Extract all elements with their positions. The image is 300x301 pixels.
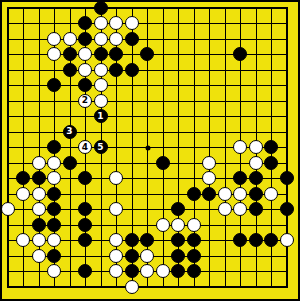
board-cell[interactable] bbox=[186, 62, 202, 78]
board-cell[interactable] bbox=[78, 47, 94, 63]
board-cell[interactable] bbox=[47, 47, 63, 63]
board-cell[interactable] bbox=[16, 202, 32, 218]
board-cell[interactable] bbox=[217, 217, 233, 233]
board-cell[interactable] bbox=[0, 124, 16, 140]
board-cell[interactable] bbox=[109, 78, 125, 94]
board-cell[interactable] bbox=[248, 109, 264, 125]
board-cell[interactable] bbox=[233, 233, 249, 249]
board-cell[interactable] bbox=[0, 233, 16, 249]
board-cell[interactable] bbox=[233, 140, 249, 156]
board-cell[interactable] bbox=[124, 93, 140, 109]
board-cell[interactable] bbox=[0, 31, 16, 47]
board-cell[interactable] bbox=[217, 16, 233, 32]
board-cell[interactable] bbox=[78, 186, 94, 202]
board-cell[interactable] bbox=[202, 186, 218, 202]
board-cell[interactable] bbox=[217, 233, 233, 249]
board-cell[interactable] bbox=[217, 140, 233, 156]
board-cell[interactable] bbox=[124, 171, 140, 187]
board-cell[interactable] bbox=[279, 78, 295, 94]
board-cell[interactable] bbox=[124, 186, 140, 202]
board-cell[interactable] bbox=[217, 31, 233, 47]
board-cell[interactable] bbox=[0, 93, 16, 109]
board-cell[interactable] bbox=[155, 0, 171, 16]
board-cell[interactable] bbox=[0, 186, 16, 202]
board-cell[interactable] bbox=[109, 93, 125, 109]
board-cell[interactable] bbox=[124, 62, 140, 78]
board-cell[interactable] bbox=[279, 62, 295, 78]
board-cell[interactable] bbox=[78, 217, 94, 233]
board-cell[interactable] bbox=[140, 248, 156, 264]
board-cell[interactable] bbox=[155, 93, 171, 109]
board-cell[interactable]: 1 bbox=[93, 109, 109, 125]
board-cell[interactable] bbox=[248, 279, 264, 295]
board-cell[interactable] bbox=[279, 0, 295, 16]
board-cell[interactable] bbox=[264, 155, 280, 171]
board-cell[interactable] bbox=[217, 93, 233, 109]
board-cell[interactable] bbox=[31, 202, 47, 218]
board-cell[interactable] bbox=[16, 109, 32, 125]
board-cell[interactable] bbox=[233, 78, 249, 94]
board-cell[interactable] bbox=[47, 78, 63, 94]
board-cell[interactable] bbox=[264, 217, 280, 233]
board-cell[interactable] bbox=[202, 264, 218, 280]
board-cell[interactable] bbox=[93, 31, 109, 47]
board-cell[interactable] bbox=[233, 16, 249, 32]
board-cell[interactable] bbox=[47, 186, 63, 202]
board-cell[interactable] bbox=[124, 124, 140, 140]
board-cell[interactable] bbox=[186, 233, 202, 249]
board-cell[interactable] bbox=[202, 155, 218, 171]
board-cell[interactable] bbox=[62, 62, 78, 78]
board-cell[interactable] bbox=[16, 16, 32, 32]
board-cell[interactable] bbox=[233, 47, 249, 63]
board-cell[interactable] bbox=[279, 171, 295, 187]
board-cell[interactable] bbox=[217, 171, 233, 187]
board-cell[interactable] bbox=[155, 233, 171, 249]
board-cell[interactable] bbox=[248, 78, 264, 94]
board-cell[interactable] bbox=[248, 202, 264, 218]
board-cell[interactable] bbox=[186, 279, 202, 295]
board-cell[interactable] bbox=[202, 233, 218, 249]
board-cell[interactable] bbox=[47, 248, 63, 264]
board-cell[interactable] bbox=[62, 0, 78, 16]
board-cell[interactable] bbox=[78, 62, 94, 78]
board-cell[interactable] bbox=[186, 0, 202, 16]
board-cell[interactable]: 3 bbox=[62, 124, 78, 140]
board-cell[interactable] bbox=[279, 155, 295, 171]
board-cell[interactable] bbox=[140, 279, 156, 295]
board-cell[interactable] bbox=[264, 171, 280, 187]
board-cell[interactable] bbox=[78, 202, 94, 218]
board-cell[interactable] bbox=[109, 62, 125, 78]
board-cell[interactable] bbox=[155, 16, 171, 32]
board-cell[interactable] bbox=[217, 155, 233, 171]
board-cell[interactable] bbox=[16, 31, 32, 47]
board-cell[interactable] bbox=[186, 16, 202, 32]
board-cell[interactable] bbox=[124, 31, 140, 47]
board-cell[interactable] bbox=[279, 124, 295, 140]
board-cell[interactable] bbox=[47, 0, 63, 16]
board-cell[interactable] bbox=[31, 78, 47, 94]
board-cell[interactable] bbox=[124, 16, 140, 32]
board-cell[interactable] bbox=[279, 202, 295, 218]
board-cell[interactable] bbox=[93, 171, 109, 187]
board-cell[interactable] bbox=[155, 47, 171, 63]
board-cell[interactable] bbox=[0, 16, 16, 32]
board-cell[interactable] bbox=[31, 109, 47, 125]
board-cell[interactable] bbox=[62, 217, 78, 233]
board-cell[interactable] bbox=[279, 47, 295, 63]
board-cell[interactable] bbox=[78, 155, 94, 171]
board-cell[interactable] bbox=[93, 248, 109, 264]
board-cell[interactable] bbox=[124, 155, 140, 171]
board-cell[interactable] bbox=[264, 279, 280, 295]
board-cell[interactable] bbox=[62, 78, 78, 94]
board-cell[interactable] bbox=[124, 248, 140, 264]
board-cell[interactable] bbox=[31, 62, 47, 78]
board-cell[interactable] bbox=[171, 78, 187, 94]
board-cell[interactable] bbox=[186, 155, 202, 171]
board-cell[interactable] bbox=[31, 217, 47, 233]
board-cell[interactable] bbox=[155, 140, 171, 156]
board-cell[interactable] bbox=[47, 202, 63, 218]
board-cell[interactable] bbox=[264, 31, 280, 47]
board-cell[interactable] bbox=[233, 264, 249, 280]
board-cell[interactable] bbox=[248, 248, 264, 264]
board-cell[interactable] bbox=[233, 202, 249, 218]
board-cell[interactable] bbox=[47, 217, 63, 233]
board-cell[interactable] bbox=[171, 248, 187, 264]
board-cell[interactable] bbox=[124, 264, 140, 280]
board-cell[interactable] bbox=[140, 16, 156, 32]
board-cell[interactable] bbox=[171, 93, 187, 109]
board-cell[interactable] bbox=[186, 264, 202, 280]
board-cell[interactable] bbox=[16, 124, 32, 140]
board-cell[interactable] bbox=[264, 93, 280, 109]
board-cell[interactable] bbox=[202, 124, 218, 140]
board-cell[interactable] bbox=[186, 47, 202, 63]
board-cell[interactable] bbox=[31, 47, 47, 63]
board-cell[interactable] bbox=[78, 31, 94, 47]
board-cell[interactable] bbox=[93, 202, 109, 218]
board-cell[interactable] bbox=[171, 140, 187, 156]
board-cell[interactable] bbox=[155, 264, 171, 280]
board-cell[interactable] bbox=[62, 171, 78, 187]
board-cell[interactable] bbox=[93, 186, 109, 202]
board-cell[interactable] bbox=[31, 186, 47, 202]
board-cell[interactable] bbox=[233, 155, 249, 171]
board-cell[interactable] bbox=[93, 279, 109, 295]
board-cell[interactable] bbox=[124, 202, 140, 218]
board-cell[interactable] bbox=[109, 171, 125, 187]
board-cell[interactable] bbox=[171, 202, 187, 218]
board-cell[interactable] bbox=[171, 233, 187, 249]
board-cell[interactable] bbox=[186, 93, 202, 109]
board-cell[interactable] bbox=[171, 0, 187, 16]
board-cell[interactable] bbox=[78, 264, 94, 280]
board-cell[interactable] bbox=[16, 217, 32, 233]
board-cell[interactable] bbox=[109, 109, 125, 125]
board-cell[interactable] bbox=[124, 0, 140, 16]
board-cell[interactable] bbox=[248, 31, 264, 47]
board-cell[interactable] bbox=[109, 186, 125, 202]
board-cell[interactable] bbox=[62, 31, 78, 47]
board-cell[interactable] bbox=[217, 202, 233, 218]
board-cell[interactable] bbox=[62, 109, 78, 125]
board-cell[interactable] bbox=[264, 264, 280, 280]
board-cell[interactable] bbox=[47, 155, 63, 171]
board-cell[interactable] bbox=[140, 217, 156, 233]
board-cell[interactable] bbox=[171, 217, 187, 233]
board-cell[interactable] bbox=[140, 233, 156, 249]
board-cell[interactable] bbox=[109, 47, 125, 63]
board-cell[interactable] bbox=[279, 233, 295, 249]
board-cell[interactable] bbox=[217, 124, 233, 140]
board-cell[interactable] bbox=[0, 78, 16, 94]
board-cell[interactable] bbox=[233, 279, 249, 295]
board-cell[interactable] bbox=[202, 93, 218, 109]
board-cell[interactable] bbox=[279, 248, 295, 264]
board-cell[interactable] bbox=[248, 0, 264, 16]
board-cell[interactable] bbox=[186, 140, 202, 156]
board-cell[interactable] bbox=[140, 171, 156, 187]
board-cell[interactable] bbox=[124, 233, 140, 249]
board-cell[interactable] bbox=[93, 78, 109, 94]
board-cell[interactable] bbox=[155, 109, 171, 125]
board-cell[interactable] bbox=[186, 217, 202, 233]
board-cell[interactable] bbox=[140, 109, 156, 125]
board-cell[interactable] bbox=[47, 124, 63, 140]
board-cell[interactable] bbox=[0, 109, 16, 125]
board-cell[interactable] bbox=[248, 186, 264, 202]
board-cell[interactable] bbox=[155, 78, 171, 94]
board-cell[interactable] bbox=[202, 140, 218, 156]
board-cell[interactable] bbox=[264, 16, 280, 32]
board-cell[interactable] bbox=[248, 171, 264, 187]
board-cell[interactable] bbox=[0, 0, 16, 16]
board-cell[interactable] bbox=[155, 279, 171, 295]
board-cell[interactable] bbox=[248, 93, 264, 109]
board-cell[interactable] bbox=[16, 279, 32, 295]
board-cell[interactable] bbox=[109, 248, 125, 264]
board-cell[interactable] bbox=[16, 93, 32, 109]
board-cell[interactable] bbox=[124, 109, 140, 125]
board-cell[interactable] bbox=[16, 155, 32, 171]
board-cell[interactable] bbox=[31, 279, 47, 295]
board-cell[interactable] bbox=[47, 16, 63, 32]
board-cell[interactable] bbox=[124, 47, 140, 63]
board-cell[interactable] bbox=[140, 31, 156, 47]
board-cell[interactable] bbox=[78, 109, 94, 125]
board-cell[interactable] bbox=[109, 140, 125, 156]
board-cell[interactable] bbox=[109, 16, 125, 32]
board-cell[interactable] bbox=[279, 186, 295, 202]
board-cell[interactable] bbox=[62, 202, 78, 218]
board-cell[interactable] bbox=[155, 217, 171, 233]
board-cell[interactable] bbox=[31, 0, 47, 16]
board-cell[interactable] bbox=[186, 78, 202, 94]
board-cell[interactable] bbox=[109, 31, 125, 47]
board-cell[interactable] bbox=[78, 171, 94, 187]
board-cell[interactable] bbox=[248, 124, 264, 140]
board-cell[interactable] bbox=[47, 31, 63, 47]
board-cell[interactable] bbox=[93, 155, 109, 171]
board-cell[interactable] bbox=[279, 140, 295, 156]
board-cell[interactable] bbox=[202, 217, 218, 233]
board-cell[interactable] bbox=[0, 171, 16, 187]
board-cell[interactable] bbox=[140, 47, 156, 63]
board-cell[interactable] bbox=[140, 140, 156, 156]
board-cell[interactable] bbox=[62, 140, 78, 156]
board-cell[interactable] bbox=[202, 109, 218, 125]
board-cell[interactable] bbox=[93, 217, 109, 233]
board-cell[interactable] bbox=[47, 171, 63, 187]
board-cell[interactable] bbox=[233, 93, 249, 109]
board-cell[interactable] bbox=[155, 124, 171, 140]
board-cell[interactable] bbox=[16, 264, 32, 280]
board-cell[interactable] bbox=[0, 140, 16, 156]
board-cell[interactable] bbox=[264, 0, 280, 16]
board-cell[interactable]: 5 bbox=[93, 140, 109, 156]
board-cell[interactable] bbox=[248, 155, 264, 171]
board-cell[interactable] bbox=[93, 264, 109, 280]
board-cell[interactable] bbox=[171, 155, 187, 171]
board-cell[interactable] bbox=[279, 264, 295, 280]
board-cell[interactable] bbox=[186, 202, 202, 218]
board-cell[interactable] bbox=[279, 93, 295, 109]
board-cell[interactable] bbox=[264, 62, 280, 78]
board-cell[interactable] bbox=[202, 171, 218, 187]
board-cell[interactable] bbox=[62, 155, 78, 171]
board-cell[interactable] bbox=[217, 248, 233, 264]
board-cell[interactable] bbox=[16, 0, 32, 16]
board-cell[interactable] bbox=[62, 47, 78, 63]
board-cell[interactable] bbox=[279, 109, 295, 125]
board-cell[interactable] bbox=[62, 279, 78, 295]
board-cell[interactable] bbox=[47, 233, 63, 249]
board-cell[interactable] bbox=[93, 16, 109, 32]
board-cell[interactable] bbox=[0, 248, 16, 264]
board-cell[interactable] bbox=[124, 78, 140, 94]
board-cell[interactable] bbox=[233, 171, 249, 187]
board-cell[interactable] bbox=[186, 31, 202, 47]
board-cell[interactable] bbox=[248, 16, 264, 32]
board-cell[interactable] bbox=[31, 155, 47, 171]
board-cell[interactable] bbox=[155, 202, 171, 218]
board-cell[interactable] bbox=[155, 248, 171, 264]
board-cell[interactable] bbox=[16, 186, 32, 202]
board-cell[interactable] bbox=[140, 155, 156, 171]
board-cell[interactable] bbox=[140, 78, 156, 94]
board-cell[interactable] bbox=[78, 233, 94, 249]
board-cell[interactable] bbox=[31, 233, 47, 249]
board-cell[interactable] bbox=[62, 93, 78, 109]
board-cell[interactable] bbox=[217, 109, 233, 125]
board-cell[interactable] bbox=[248, 140, 264, 156]
board-cell[interactable] bbox=[279, 217, 295, 233]
board-cell[interactable] bbox=[47, 279, 63, 295]
board-cell[interactable] bbox=[109, 264, 125, 280]
board-cell[interactable] bbox=[78, 78, 94, 94]
board-cell[interactable] bbox=[155, 155, 171, 171]
board-cell[interactable] bbox=[217, 186, 233, 202]
board-cell[interactable] bbox=[31, 171, 47, 187]
board-cell[interactable] bbox=[109, 279, 125, 295]
board-cell[interactable] bbox=[109, 217, 125, 233]
board-cell[interactable] bbox=[0, 47, 16, 63]
board-cell[interactable] bbox=[264, 186, 280, 202]
board-cell[interactable] bbox=[78, 0, 94, 16]
board-cell[interactable] bbox=[264, 109, 280, 125]
board-cell[interactable] bbox=[0, 62, 16, 78]
board-cell[interactable] bbox=[264, 140, 280, 156]
board-cell[interactable] bbox=[140, 202, 156, 218]
board-cell[interactable] bbox=[109, 202, 125, 218]
board-cell[interactable] bbox=[93, 93, 109, 109]
board-cell[interactable] bbox=[264, 202, 280, 218]
board-cell[interactable] bbox=[186, 109, 202, 125]
board-cell[interactable] bbox=[233, 0, 249, 16]
board-cell[interactable] bbox=[140, 93, 156, 109]
board-cell[interactable] bbox=[140, 124, 156, 140]
board-cell[interactable] bbox=[217, 0, 233, 16]
board-cell[interactable] bbox=[93, 233, 109, 249]
board-cell[interactable] bbox=[171, 171, 187, 187]
board-cell[interactable] bbox=[279, 31, 295, 47]
board-cell[interactable] bbox=[155, 31, 171, 47]
board-cell[interactable] bbox=[264, 233, 280, 249]
board-cell[interactable] bbox=[171, 62, 187, 78]
board-cell[interactable] bbox=[31, 124, 47, 140]
board-cell[interactable] bbox=[140, 186, 156, 202]
board-cell[interactable] bbox=[233, 186, 249, 202]
board-cell[interactable] bbox=[62, 16, 78, 32]
board-cell[interactable]: 4 bbox=[78, 140, 94, 156]
board-cell[interactable] bbox=[202, 62, 218, 78]
board-cell[interactable] bbox=[31, 93, 47, 109]
board-cell[interactable] bbox=[186, 171, 202, 187]
board-cell[interactable] bbox=[0, 264, 16, 280]
board-cell[interactable] bbox=[264, 124, 280, 140]
board-cell[interactable] bbox=[202, 279, 218, 295]
board-cell[interactable] bbox=[47, 264, 63, 280]
board-cell[interactable] bbox=[186, 248, 202, 264]
board-cell[interactable] bbox=[140, 264, 156, 280]
board-cell[interactable] bbox=[264, 47, 280, 63]
board-cell[interactable] bbox=[16, 62, 32, 78]
board-cell[interactable] bbox=[202, 16, 218, 32]
board-cell[interactable] bbox=[62, 264, 78, 280]
board-cell[interactable] bbox=[140, 0, 156, 16]
board-cell[interactable] bbox=[171, 186, 187, 202]
board-cell[interactable] bbox=[78, 279, 94, 295]
board-cell[interactable] bbox=[186, 186, 202, 202]
board-cell[interactable] bbox=[93, 62, 109, 78]
board-cell[interactable] bbox=[109, 233, 125, 249]
board-cell[interactable] bbox=[16, 78, 32, 94]
board-cell[interactable] bbox=[31, 31, 47, 47]
board-cell[interactable] bbox=[248, 233, 264, 249]
board-cell[interactable] bbox=[16, 140, 32, 156]
board-cell[interactable] bbox=[109, 0, 125, 16]
board-cell[interactable] bbox=[93, 124, 109, 140]
board-cell[interactable] bbox=[0, 217, 16, 233]
board-cell[interactable] bbox=[109, 124, 125, 140]
board-cell[interactable] bbox=[202, 248, 218, 264]
board-cell[interactable] bbox=[217, 78, 233, 94]
board-cell[interactable] bbox=[31, 248, 47, 264]
board-cell[interactable] bbox=[233, 217, 249, 233]
